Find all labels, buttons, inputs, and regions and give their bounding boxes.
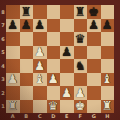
square-a8[interactable] [6,5,20,19]
piece-white-bishop[interactable]: ♝ [34,73,45,85]
square-h6[interactable] [101,32,115,46]
square-h7[interactable]: ♟ [101,19,115,33]
square-b2[interactable] [20,86,34,100]
square-f7[interactable] [74,19,88,33]
square-d2[interactable] [47,86,61,100]
square-e7[interactable] [60,19,74,33]
square-g1[interactable] [87,100,101,114]
square-f8[interactable]: ♜ [74,5,88,19]
square-e1[interactable] [60,100,74,114]
piece-white-rook[interactable]: ♜ [102,100,113,112]
square-h1[interactable]: ♜ [101,100,115,114]
piece-black-rook[interactable]: ♜ [75,5,86,17]
piece-white-pawn[interactable]: ♟ [61,86,72,98]
square-g4[interactable] [87,59,101,73]
file-label-b: B [20,112,34,120]
file-label-d: D [47,112,61,120]
piece-black-rook[interactable]: ♜ [21,5,32,17]
square-g6[interactable] [87,32,101,46]
piece-white-pawn[interactable]: ♟ [75,86,86,98]
square-a5[interactable] [6,46,20,60]
square-b7[interactable]: ♟ [20,19,34,33]
square-h8[interactable] [101,5,115,19]
square-h4[interactable] [101,59,115,73]
square-a6[interactable] [6,32,20,46]
piece-white-king[interactable]: ♚ [75,100,86,112]
square-c1[interactable] [33,100,47,114]
square-g7[interactable]: ♟ [87,19,101,33]
square-a3[interactable]: ♟ [6,73,20,87]
piece-white-bishop[interactable]: ♝ [102,73,113,85]
piece-black-pawn[interactable]: ♟ [61,46,72,58]
square-b5[interactable] [20,46,34,60]
piece-white-queen[interactable]: ♛ [48,100,59,112]
square-h5[interactable] [101,46,115,60]
square-c8[interactable] [33,5,47,19]
square-a1[interactable]: ♜ [6,100,20,114]
piece-white-pawn[interactable]: ♟ [34,59,45,71]
square-b8[interactable]: ♜ [20,5,34,19]
square-a7[interactable]: ♟ [6,19,20,33]
file-label-c: C [33,112,47,120]
square-g8[interactable]: ♚ [87,5,101,19]
square-e4[interactable] [60,59,74,73]
square-d8[interactable] [47,5,61,19]
square-h2[interactable] [101,86,115,100]
square-c2[interactable] [33,86,47,100]
piece-black-pawn[interactable]: ♟ [102,19,113,31]
square-c3[interactable]: ♝ [33,73,47,87]
square-e8[interactable] [60,5,74,19]
file-label-g: G [87,112,101,120]
square-e2[interactable]: ♟ [60,86,74,100]
square-c6[interactable] [33,32,47,46]
square-d4[interactable] [47,59,61,73]
square-a4[interactable] [6,59,20,73]
piece-black-pawn[interactable]: ♟ [88,19,99,31]
file-label-h: H [101,112,115,120]
square-e3[interactable] [60,73,74,87]
square-f6[interactable]: ♛ [74,32,88,46]
square-f4[interactable]: ♞ [74,59,88,73]
file-labels: ABCDEFGH [6,112,114,120]
square-f3[interactable] [74,73,88,87]
square-h3[interactable]: ♝ [101,73,115,87]
square-b1[interactable] [20,100,34,114]
piece-black-pawn[interactable]: ♟ [34,19,45,31]
piece-white-rook[interactable]: ♜ [7,100,18,112]
square-f2[interactable]: ♟ [74,86,88,100]
square-f1[interactable]: ♚ [74,100,88,114]
piece-black-queen[interactable]: ♛ [75,32,86,44]
file-label-f: F [74,112,88,120]
square-g2[interactable] [87,86,101,100]
square-c5[interactable]: ♟ [33,46,47,60]
board-grid: ♜♜♚♟♟♟♟♟♛♟♟♟♞♟♝♟♝♟♟♜♛♚♜ [6,5,114,113]
file-label-a: A [6,112,20,120]
piece-black-pawn[interactable]: ♟ [21,19,32,31]
square-e6[interactable] [60,32,74,46]
chessboard: 87654321 ABCDEFGH ♜♜♚♟♟♟♟♟♛♟♟♟♞♟♝♟♝♟♟♜♛♚… [0,0,120,120]
file-label-e: E [60,112,74,120]
piece-white-pawn[interactable]: ♟ [34,46,45,58]
square-d1[interactable]: ♛ [47,100,61,114]
square-g5[interactable] [87,46,101,60]
square-c4[interactable]: ♟ [33,59,47,73]
square-g3[interactable] [87,73,101,87]
square-e5[interactable]: ♟ [60,46,74,60]
square-c7[interactable]: ♟ [33,19,47,33]
square-d5[interactable] [47,46,61,60]
square-b4[interactable] [20,59,34,73]
square-d7[interactable] [47,19,61,33]
square-f5[interactable] [74,46,88,60]
square-b6[interactable] [20,32,34,46]
square-d3[interactable]: ♟ [47,73,61,87]
piece-white-pawn[interactable]: ♟ [48,73,59,85]
piece-black-pawn[interactable]: ♟ [7,19,18,31]
square-d6[interactable] [47,32,61,46]
square-b3[interactable] [20,73,34,87]
piece-white-pawn[interactable]: ♟ [7,73,18,85]
square-a2[interactable] [6,86,20,100]
piece-black-knight[interactable]: ♞ [75,59,86,71]
piece-black-king[interactable]: ♚ [88,5,99,17]
